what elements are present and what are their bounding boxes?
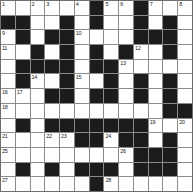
black-cell [149, 148, 163, 162]
black-cell [75, 133, 89, 147]
clue-number: 23 [61, 133, 67, 139]
white-cell[interactable]: 16 [1, 89, 15, 103]
clue-number: 26 [120, 148, 126, 154]
white-cell[interactable]: 27 [1, 177, 15, 191]
white-cell[interactable] [149, 177, 163, 191]
white-cell[interactable]: 28 [104, 177, 118, 191]
white-cell[interactable] [31, 30, 45, 44]
white-cell[interactable] [178, 74, 192, 88]
black-cell [134, 163, 148, 177]
white-cell[interactable] [119, 30, 133, 44]
white-cell[interactable] [149, 104, 163, 118]
white-cell[interactable]: 13 [119, 60, 133, 74]
white-cell[interactable]: 8 [178, 1, 192, 15]
white-cell[interactable]: 9 [1, 30, 15, 44]
black-cell [90, 45, 104, 59]
black-cell [75, 163, 89, 177]
black-cell [90, 1, 104, 15]
white-cell[interactable] [60, 104, 74, 118]
white-cell[interactable] [45, 148, 59, 162]
black-cell [45, 60, 59, 74]
white-cell[interactable] [163, 119, 177, 133]
white-cell[interactable]: 4 [75, 1, 89, 15]
white-cell[interactable]: 1 [1, 1, 15, 15]
white-cell[interactable]: 21 [1, 133, 15, 147]
clue-number: 9 [2, 30, 5, 36]
white-cell[interactable] [16, 148, 30, 162]
white-cell[interactable] [178, 30, 192, 44]
white-cell[interactable]: 17 [16, 89, 30, 103]
black-cell [163, 89, 177, 103]
white-cell[interactable] [119, 16, 133, 30]
white-cell[interactable] [90, 104, 104, 118]
white-cell[interactable] [60, 1, 74, 15]
white-cell[interactable] [31, 177, 45, 191]
black-cell [90, 119, 104, 133]
black-cell [163, 148, 177, 162]
clue-number: 7 [150, 1, 153, 7]
black-cell [134, 30, 148, 44]
white-cell[interactable] [60, 177, 74, 191]
white-cell[interactable] [1, 119, 15, 133]
black-cell [104, 60, 118, 74]
black-cell [134, 74, 148, 88]
white-cell[interactable] [90, 74, 104, 88]
clue-number: 24 [105, 133, 111, 139]
clue-number: 19 [150, 119, 156, 125]
white-cell[interactable] [45, 104, 59, 118]
white-cell[interactable] [60, 163, 74, 177]
clue-number: 3 [46, 1, 49, 7]
white-cell[interactable] [178, 163, 192, 177]
white-cell[interactable] [119, 89, 133, 103]
white-cell[interactable] [75, 104, 89, 118]
white-cell[interactable] [1, 60, 15, 74]
white-cell[interactable] [178, 89, 192, 103]
black-cell [104, 163, 118, 177]
black-cell [90, 16, 104, 30]
white-cell[interactable] [45, 177, 59, 191]
white-cell[interactable] [16, 1, 30, 15]
clue-number: 22 [46, 133, 52, 139]
white-cell[interactable] [149, 60, 163, 74]
black-cell [60, 119, 74, 133]
white-cell[interactable] [31, 133, 45, 147]
white-cell[interactable] [31, 104, 45, 118]
white-cell[interactable] [16, 177, 30, 191]
black-cell [163, 16, 177, 30]
clue-number: 17 [17, 89, 23, 95]
black-cell [60, 89, 74, 103]
white-cell[interactable]: 6 [119, 1, 133, 15]
white-cell[interactable] [1, 163, 15, 177]
white-cell[interactable]: 14 [31, 74, 45, 88]
black-cell [163, 163, 177, 177]
black-cell [90, 163, 104, 177]
black-cell [90, 89, 104, 103]
clue-number: 8 [179, 1, 182, 7]
white-cell[interactable] [1, 74, 15, 88]
white-cell[interactable] [178, 133, 192, 147]
black-cell [134, 1, 148, 15]
clue-number: 12 [135, 45, 141, 51]
black-cell [104, 74, 118, 88]
white-cell[interactable] [149, 45, 163, 59]
white-cell[interactable] [104, 148, 118, 162]
black-cell [90, 177, 104, 191]
white-cell[interactable]: 26 [119, 148, 133, 162]
clue-number: 1 [2, 1, 5, 7]
clue-number: 20 [179, 119, 185, 125]
clue-number: 13 [120, 60, 126, 66]
white-cell[interactable] [31, 148, 45, 162]
clue-number: 5 [105, 1, 108, 7]
white-cell[interactable] [16, 45, 30, 59]
white-cell[interactable]: 20 [178, 119, 192, 133]
white-cell[interactable] [163, 1, 177, 15]
black-cell [16, 74, 30, 88]
black-cell [119, 119, 133, 133]
black-cell [178, 104, 192, 118]
white-cell[interactable] [134, 177, 148, 191]
white-cell[interactable] [104, 16, 118, 30]
black-cell [60, 16, 74, 30]
white-cell[interactable] [163, 60, 177, 74]
clue-number: 2 [32, 1, 35, 7]
white-cell[interactable] [119, 104, 133, 118]
white-cell[interactable] [163, 177, 177, 191]
white-cell[interactable] [178, 177, 192, 191]
clue-number: 28 [105, 177, 111, 183]
black-cell [134, 89, 148, 103]
white-cell[interactable] [149, 89, 163, 103]
white-cell[interactable] [45, 74, 59, 88]
white-cell[interactable] [104, 30, 118, 44]
white-cell[interactable] [75, 16, 89, 30]
white-cell[interactable]: 18 [1, 104, 15, 118]
white-cell[interactable]: 15 [75, 74, 89, 88]
black-cell [163, 30, 177, 44]
white-cell[interactable] [75, 89, 89, 103]
white-cell[interactable] [119, 177, 133, 191]
white-cell[interactable] [178, 45, 192, 59]
white-cell[interactable] [31, 89, 45, 103]
black-cell [163, 133, 177, 147]
black-cell [134, 119, 148, 133]
white-cell[interactable] [134, 60, 148, 74]
black-cell [16, 16, 30, 30]
white-cell[interactable] [75, 148, 89, 162]
white-cell[interactable] [90, 30, 104, 44]
clue-number: 4 [76, 1, 79, 7]
black-cell [163, 74, 177, 88]
black-cell [16, 60, 30, 74]
white-cell[interactable]: 24 [104, 133, 118, 147]
black-cell [119, 133, 133, 147]
crossword-grid: 1234567891011121314151617181920212223242… [0, 0, 193, 192]
white-cell[interactable] [75, 60, 89, 74]
white-cell[interactable] [134, 104, 148, 118]
clue-number: 27 [2, 177, 8, 183]
white-cell[interactable]: 11 [1, 45, 15, 59]
clue-number: 11 [2, 45, 7, 51]
clue-number: 16 [2, 89, 8, 95]
white-cell[interactable]: 23 [60, 133, 74, 147]
white-cell[interactable]: 19 [149, 119, 163, 133]
black-cell [134, 133, 148, 147]
black-cell [31, 45, 45, 59]
black-cell [45, 119, 59, 133]
black-cell [163, 45, 177, 59]
white-cell[interactable] [104, 45, 118, 59]
white-cell[interactable]: 2 [31, 1, 45, 15]
white-cell[interactable] [31, 119, 45, 133]
white-cell[interactable]: 5 [104, 1, 118, 15]
white-cell[interactable] [178, 60, 192, 74]
clue-number: 18 [2, 104, 8, 110]
black-cell [45, 30, 59, 44]
white-cell[interactable] [119, 74, 133, 88]
white-cell[interactable]: 3 [45, 1, 59, 15]
crossword-puzzle: 1234567891011121314151617181920212223242… [0, 0, 193, 192]
white-cell[interactable] [16, 104, 30, 118]
white-cell[interactable] [178, 148, 192, 162]
black-cell [134, 148, 148, 162]
black-cell [134, 16, 148, 30]
clue-number: 15 [76, 74, 82, 80]
white-cell[interactable] [45, 16, 59, 30]
black-cell [149, 30, 163, 44]
black-cell [75, 119, 89, 133]
clue-number: 21 [2, 133, 8, 139]
white-cell[interactable] [178, 16, 192, 30]
white-cell[interactable] [31, 16, 45, 30]
white-cell[interactable] [16, 133, 30, 147]
black-cell [31, 60, 45, 74]
black-cell [45, 89, 59, 103]
black-cell [60, 30, 74, 44]
black-cell [45, 163, 59, 177]
white-cell[interactable] [75, 177, 89, 191]
clue-number: 14 [32, 74, 38, 80]
black-cell [90, 60, 104, 74]
black-cell [16, 30, 30, 44]
black-cell [104, 119, 118, 133]
white-cell[interactable] [119, 163, 133, 177]
clue-number: 25 [2, 148, 8, 154]
clue-number: 6 [120, 1, 123, 7]
black-cell [163, 104, 177, 118]
black-cell [60, 74, 74, 88]
white-cell[interactable] [75, 45, 89, 59]
white-cell[interactable]: 25 [1, 148, 15, 162]
white-cell[interactable] [149, 74, 163, 88]
black-cell [60, 60, 74, 74]
black-cell [1, 16, 15, 30]
black-cell [16, 163, 30, 177]
white-cell[interactable] [104, 104, 118, 118]
white-cell[interactable]: 12 [134, 45, 148, 59]
clue-number: 10 [76, 30, 82, 36]
white-cell[interactable] [45, 45, 59, 59]
white-cell[interactable]: 7 [149, 1, 163, 15]
black-cell [104, 89, 118, 103]
white-cell[interactable] [149, 133, 163, 147]
white-cell[interactable] [90, 148, 104, 162]
black-cell [16, 119, 30, 133]
white-cell[interactable] [31, 163, 45, 177]
white-cell[interactable]: 22 [45, 133, 59, 147]
black-cell [60, 45, 74, 59]
white-cell[interactable] [60, 148, 74, 162]
white-cell[interactable]: 10 [75, 30, 89, 44]
black-cell [119, 45, 133, 59]
black-cell [90, 133, 104, 147]
black-cell [149, 163, 163, 177]
white-cell[interactable] [149, 16, 163, 30]
